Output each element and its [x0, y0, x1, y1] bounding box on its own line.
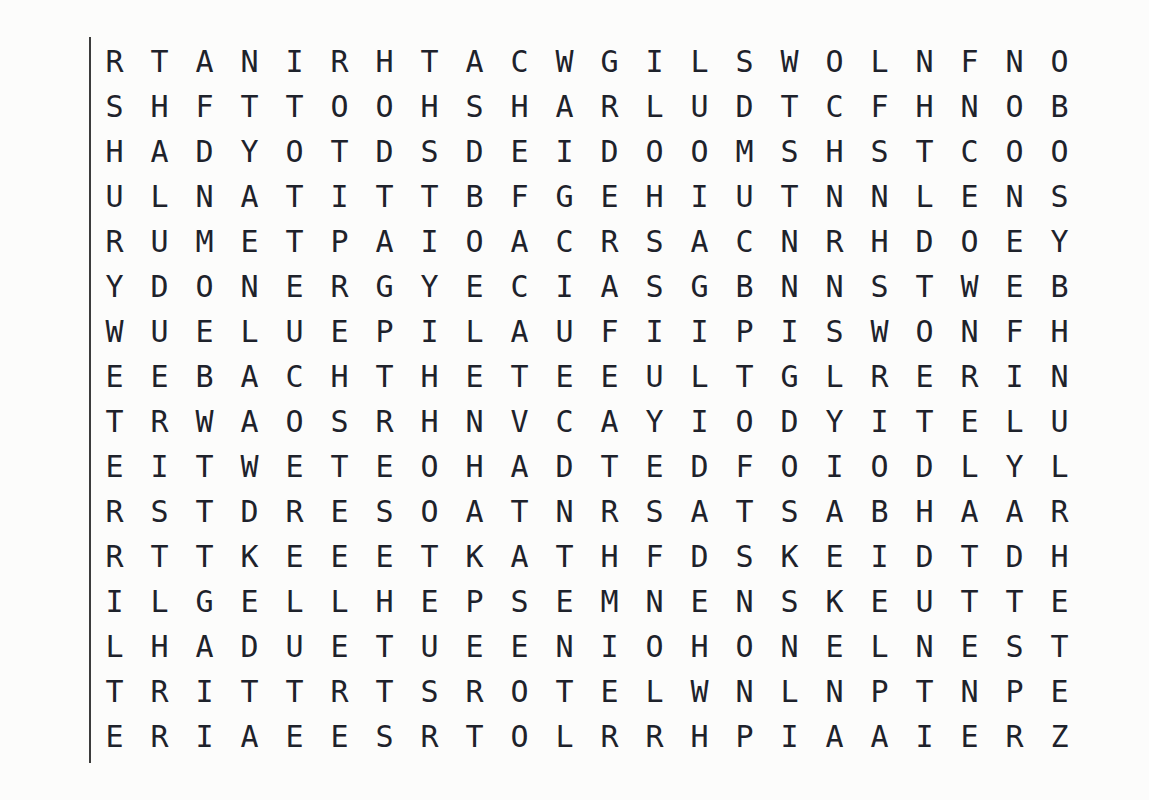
grid-cell[interactable]: E — [92, 354, 137, 399]
grid-cell[interactable]: D — [722, 84, 767, 129]
grid-cell[interactable]: O — [407, 489, 452, 534]
grid-cell[interactable]: I — [632, 309, 677, 354]
grid-cell[interactable]: N — [632, 579, 677, 624]
grid-cell[interactable]: N — [902, 39, 947, 84]
grid-cell[interactable]: T — [272, 84, 317, 129]
grid-cell[interactable]: W — [227, 444, 272, 489]
grid-cell[interactable]: A — [497, 309, 542, 354]
grid-cell[interactable]: R — [587, 219, 632, 264]
grid-cell[interactable]: U — [137, 309, 182, 354]
grid-cell[interactable]: T — [92, 399, 137, 444]
grid-cell[interactable]: E — [947, 174, 992, 219]
grid-cell[interactable]: E — [272, 534, 317, 579]
grid-cell[interactable]: D — [227, 489, 272, 534]
grid-cell[interactable]: I — [677, 309, 722, 354]
grid-cell[interactable]: U — [137, 219, 182, 264]
grid-cell[interactable]: H — [632, 174, 677, 219]
grid-cell[interactable]: N — [767, 219, 812, 264]
grid-cell[interactable]: I — [407, 309, 452, 354]
grid-cell[interactable]: R — [632, 714, 677, 759]
grid-cell[interactable]: I — [542, 264, 587, 309]
grid-cell[interactable]: D — [182, 129, 227, 174]
grid-cell[interactable]: D — [137, 264, 182, 309]
grid-cell[interactable]: T — [92, 669, 137, 714]
grid-cell[interactable]: E — [317, 489, 362, 534]
grid-cell[interactable]: N — [542, 624, 587, 669]
grid-cell[interactable]: R — [857, 354, 902, 399]
grid-cell[interactable]: A — [812, 489, 857, 534]
grid-cell[interactable]: D — [677, 534, 722, 579]
grid-cell[interactable]: D — [992, 534, 1037, 579]
grid-cell[interactable]: Y — [812, 399, 857, 444]
grid-cell[interactable]: A — [182, 624, 227, 669]
grid-cell[interactable]: E — [137, 354, 182, 399]
grid-cell[interactable]: A — [677, 219, 722, 264]
grid-cell[interactable]: S — [722, 39, 767, 84]
grid-cell[interactable]: N — [902, 624, 947, 669]
grid-cell[interactable]: U — [1037, 399, 1082, 444]
grid-cell[interactable]: S — [632, 489, 677, 534]
grid-cell[interactable]: E — [947, 624, 992, 669]
grid-cell[interactable]: S — [407, 669, 452, 714]
grid-cell[interactable]: I — [317, 174, 362, 219]
grid-cell[interactable]: L — [857, 39, 902, 84]
grid-cell[interactable]: M — [587, 579, 632, 624]
grid-cell[interactable]: I — [857, 399, 902, 444]
grid-cell[interactable]: E — [227, 579, 272, 624]
grid-cell[interactable]: L — [857, 624, 902, 669]
grid-cell[interactable]: I — [677, 399, 722, 444]
grid-cell[interactable]: E — [1037, 579, 1082, 624]
grid-cell[interactable]: A — [947, 489, 992, 534]
grid-cell[interactable]: S — [857, 129, 902, 174]
grid-cell[interactable]: B — [857, 489, 902, 534]
grid-cell[interactable]: I — [632, 39, 677, 84]
grid-cell[interactable]: O — [317, 84, 362, 129]
grid-cell[interactable]: S — [407, 129, 452, 174]
grid-cell[interactable]: P — [722, 309, 767, 354]
grid-cell[interactable]: T — [272, 669, 317, 714]
grid-cell[interactable]: S — [857, 264, 902, 309]
grid-cell[interactable]: A — [857, 714, 902, 759]
grid-cell[interactable]: S — [767, 579, 812, 624]
grid-cell[interactable]: A — [227, 174, 272, 219]
grid-cell[interactable]: M — [182, 219, 227, 264]
grid-cell[interactable]: C — [497, 39, 542, 84]
grid-cell[interactable]: T — [497, 489, 542, 534]
grid-cell[interactable]: O — [632, 129, 677, 174]
grid-cell[interactable]: E — [362, 534, 407, 579]
grid-cell[interactable]: K — [452, 534, 497, 579]
grid-cell[interactable]: K — [767, 534, 812, 579]
grid-cell[interactable]: L — [137, 579, 182, 624]
grid-cell[interactable]: S — [1037, 174, 1082, 219]
grid-cell[interactable]: W — [677, 669, 722, 714]
grid-cell[interactable]: C — [542, 219, 587, 264]
grid-cell[interactable]: U — [632, 354, 677, 399]
grid-cell[interactable]: R — [137, 399, 182, 444]
grid-cell[interactable]: Y — [1037, 219, 1082, 264]
grid-cell[interactable]: I — [902, 714, 947, 759]
grid-cell[interactable]: E — [902, 354, 947, 399]
grid-cell[interactable]: E — [92, 714, 137, 759]
grid-cell[interactable]: N — [992, 174, 1037, 219]
grid-cell[interactable]: T — [227, 669, 272, 714]
grid-cell[interactable]: S — [767, 489, 812, 534]
grid-cell[interactable]: L — [947, 444, 992, 489]
grid-cell[interactable]: B — [182, 354, 227, 399]
grid-cell[interactable]: T — [362, 669, 407, 714]
grid-cell[interactable]: W — [92, 309, 137, 354]
grid-cell[interactable]: I — [857, 534, 902, 579]
grid-cell[interactable]: W — [857, 309, 902, 354]
grid-cell[interactable]: E — [497, 624, 542, 669]
grid-cell[interactable]: H — [587, 534, 632, 579]
grid-cell[interactable]: O — [992, 84, 1037, 129]
grid-cell[interactable]: T — [137, 39, 182, 84]
grid-cell[interactable]: E — [317, 309, 362, 354]
grid-cell[interactable]: E — [92, 444, 137, 489]
grid-cell[interactable]: E — [272, 444, 317, 489]
grid-cell[interactable]: H — [137, 624, 182, 669]
grid-cell[interactable]: I — [92, 579, 137, 624]
grid-cell[interactable]: H — [407, 399, 452, 444]
grid-cell[interactable]: D — [227, 624, 272, 669]
grid-cell[interactable]: S — [722, 534, 767, 579]
grid-cell[interactable]: D — [542, 444, 587, 489]
grid-cell[interactable]: T — [317, 129, 362, 174]
grid-cell[interactable]: R — [812, 219, 857, 264]
grid-cell[interactable]: T — [902, 399, 947, 444]
grid-cell[interactable]: S — [632, 264, 677, 309]
grid-cell[interactable]: E — [497, 129, 542, 174]
grid-cell[interactable]: H — [1037, 534, 1082, 579]
grid-cell[interactable]: O — [1037, 39, 1082, 84]
grid-cell[interactable]: T — [902, 129, 947, 174]
grid-cell[interactable]: P — [722, 714, 767, 759]
grid-cell[interactable]: A — [677, 489, 722, 534]
grid-cell[interactable]: R — [137, 669, 182, 714]
grid-cell[interactable]: E — [677, 579, 722, 624]
grid-cell[interactable]: L — [632, 84, 677, 129]
grid-cell[interactable]: N — [992, 39, 1037, 84]
grid-cell[interactable]: S — [812, 309, 857, 354]
grid-cell[interactable]: N — [1037, 354, 1082, 399]
grid-cell[interactable]: A — [452, 489, 497, 534]
grid-cell[interactable]: H — [902, 489, 947, 534]
grid-cell[interactable]: G — [182, 579, 227, 624]
grid-cell[interactable]: K — [812, 579, 857, 624]
grid-cell[interactable]: O — [452, 219, 497, 264]
grid-cell[interactable]: G — [587, 39, 632, 84]
grid-cell[interactable]: Y — [992, 444, 1037, 489]
grid-cell[interactable]: N — [767, 624, 812, 669]
grid-cell[interactable]: R — [452, 669, 497, 714]
grid-cell[interactable]: R — [272, 489, 317, 534]
grid-cell[interactable]: T — [407, 174, 452, 219]
grid-cell[interactable]: O — [722, 624, 767, 669]
grid-cell[interactable]: D — [902, 444, 947, 489]
grid-cell[interactable]: H — [677, 714, 722, 759]
grid-cell[interactable]: U — [677, 84, 722, 129]
grid-cell[interactable]: D — [452, 129, 497, 174]
grid-cell[interactable]: F — [722, 444, 767, 489]
grid-cell[interactable]: T — [407, 534, 452, 579]
grid-cell[interactable]: L — [317, 579, 362, 624]
grid-cell[interactable]: R — [587, 714, 632, 759]
grid-cell[interactable]: P — [362, 309, 407, 354]
grid-cell[interactable]: E — [452, 264, 497, 309]
grid-cell[interactable]: U — [272, 624, 317, 669]
grid-cell[interactable]: A — [227, 714, 272, 759]
grid-cell[interactable]: Y — [407, 264, 452, 309]
grid-cell[interactable]: A — [227, 399, 272, 444]
grid-cell[interactable]: S — [137, 489, 182, 534]
grid-cell[interactable]: O — [632, 624, 677, 669]
grid-cell[interactable]: S — [992, 624, 1037, 669]
grid-cell[interactable]: C — [542, 399, 587, 444]
grid-cell[interactable]: R — [317, 264, 362, 309]
grid-cell[interactable]: S — [317, 399, 362, 444]
grid-cell[interactable]: L — [992, 399, 1037, 444]
grid-cell[interactable]: I — [272, 39, 317, 84]
grid-cell[interactable]: E — [317, 624, 362, 669]
grid-cell[interactable]: R — [1037, 489, 1082, 534]
grid-cell[interactable]: L — [632, 669, 677, 714]
grid-cell[interactable]: O — [902, 309, 947, 354]
grid-cell[interactable]: Y — [92, 264, 137, 309]
grid-cell[interactable]: A — [542, 84, 587, 129]
grid-cell[interactable]: T — [497, 354, 542, 399]
grid-cell[interactable]: I — [677, 174, 722, 219]
grid-cell[interactable]: T — [182, 534, 227, 579]
grid-cell[interactable]: E — [632, 444, 677, 489]
grid-cell[interactable]: R — [317, 669, 362, 714]
grid-cell[interactable]: T — [767, 174, 812, 219]
grid-cell[interactable]: N — [227, 264, 272, 309]
grid-cell[interactable]: O — [992, 129, 1037, 174]
grid-cell[interactable]: H — [677, 624, 722, 669]
grid-cell[interactable]: I — [182, 714, 227, 759]
grid-cell[interactable]: W — [947, 264, 992, 309]
grid-cell[interactable]: E — [227, 219, 272, 264]
grid-cell[interactable]: N — [227, 39, 272, 84]
grid-cell[interactable]: H — [902, 84, 947, 129]
grid-cell[interactable]: A — [452, 39, 497, 84]
grid-cell[interactable]: A — [992, 489, 1037, 534]
grid-cell[interactable]: S — [452, 84, 497, 129]
grid-cell[interactable]: L — [1037, 444, 1082, 489]
grid-cell[interactable]: R — [137, 714, 182, 759]
grid-cell[interactable]: D — [902, 534, 947, 579]
grid-cell[interactable]: T — [362, 624, 407, 669]
grid-cell[interactable]: E — [812, 624, 857, 669]
grid-cell[interactable]: H — [1037, 309, 1082, 354]
grid-cell[interactable]: E — [452, 354, 497, 399]
grid-cell[interactable]: T — [362, 174, 407, 219]
grid-cell[interactable]: I — [137, 444, 182, 489]
grid-cell[interactable]: E — [587, 669, 632, 714]
grid-cell[interactable]: P — [452, 579, 497, 624]
grid-cell[interactable]: E — [992, 264, 1037, 309]
grid-cell[interactable]: L — [452, 309, 497, 354]
grid-cell[interactable]: O — [362, 84, 407, 129]
grid-cell[interactable]: E — [317, 714, 362, 759]
grid-cell[interactable]: T — [542, 669, 587, 714]
grid-cell[interactable]: I — [812, 444, 857, 489]
grid-cell[interactable]: G — [767, 354, 812, 399]
grid-cell[interactable]: U — [407, 624, 452, 669]
grid-cell[interactable]: O — [497, 669, 542, 714]
grid-cell[interactable]: C — [722, 219, 767, 264]
grid-cell[interactable]: T — [587, 444, 632, 489]
grid-cell[interactable]: Y — [227, 129, 272, 174]
grid-cell[interactable]: A — [137, 129, 182, 174]
grid-cell[interactable]: P — [857, 669, 902, 714]
grid-cell[interactable]: N — [857, 174, 902, 219]
grid-cell[interactable]: A — [497, 219, 542, 264]
grid-cell[interactable]: N — [722, 669, 767, 714]
grid-cell[interactable]: T — [317, 444, 362, 489]
grid-cell[interactable]: W — [767, 39, 812, 84]
grid-cell[interactable]: C — [497, 264, 542, 309]
grid-cell[interactable]: L — [542, 714, 587, 759]
grid-cell[interactable]: W — [542, 39, 587, 84]
grid-cell[interactable]: S — [632, 219, 677, 264]
grid-cell[interactable]: F — [857, 84, 902, 129]
grid-cell[interactable]: G — [542, 174, 587, 219]
grid-cell[interactable]: T — [902, 264, 947, 309]
grid-cell[interactable]: H — [407, 84, 452, 129]
grid-cell[interactable]: T — [407, 39, 452, 84]
grid-cell[interactable]: O — [1037, 129, 1082, 174]
grid-cell[interactable]: E — [587, 174, 632, 219]
grid-cell[interactable]: S — [92, 84, 137, 129]
grid-cell[interactable]: E — [182, 309, 227, 354]
grid-cell[interactable]: R — [947, 354, 992, 399]
grid-cell[interactable]: Y — [632, 399, 677, 444]
grid-cell[interactable]: N — [947, 669, 992, 714]
grid-cell[interactable]: B — [722, 264, 767, 309]
grid-cell[interactable]: N — [812, 264, 857, 309]
grid-cell[interactable]: O — [767, 444, 812, 489]
grid-cell[interactable]: O — [272, 129, 317, 174]
grid-cell[interactable]: P — [317, 219, 362, 264]
grid-cell[interactable]: O — [722, 399, 767, 444]
grid-cell[interactable]: H — [362, 39, 407, 84]
grid-cell[interactable]: E — [317, 534, 362, 579]
grid-cell[interactable]: O — [407, 444, 452, 489]
grid-cell[interactable]: T — [767, 84, 812, 129]
grid-cell[interactable]: L — [272, 579, 317, 624]
grid-cell[interactable]: N — [722, 579, 767, 624]
grid-cell[interactable]: I — [542, 129, 587, 174]
grid-cell[interactable]: L — [812, 354, 857, 399]
grid-cell[interactable]: A — [587, 399, 632, 444]
grid-cell[interactable]: D — [362, 129, 407, 174]
grid-cell[interactable]: E — [407, 579, 452, 624]
grid-cell[interactable]: E — [812, 534, 857, 579]
grid-cell[interactable]: T — [947, 579, 992, 624]
grid-cell[interactable]: I — [587, 624, 632, 669]
grid-cell[interactable]: D — [902, 219, 947, 264]
grid-cell[interactable]: L — [227, 309, 272, 354]
grid-cell[interactable]: D — [677, 444, 722, 489]
grid-cell[interactable]: R — [317, 39, 362, 84]
grid-cell[interactable]: I — [767, 714, 812, 759]
grid-cell[interactable]: E — [542, 579, 587, 624]
grid-cell[interactable]: A — [362, 219, 407, 264]
grid-cell[interactable]: F — [182, 84, 227, 129]
grid-cell[interactable]: N — [947, 84, 992, 129]
grid-cell[interactable]: R — [92, 489, 137, 534]
grid-cell[interactable]: T — [182, 444, 227, 489]
grid-cell[interactable]: F — [992, 309, 1037, 354]
grid-cell[interactable]: T — [992, 579, 1037, 624]
grid-cell[interactable]: B — [1037, 84, 1082, 129]
grid-cell[interactable]: I — [407, 219, 452, 264]
grid-cell[interactable]: I — [182, 669, 227, 714]
grid-cell[interactable]: E — [452, 624, 497, 669]
grid-cell[interactable]: H — [407, 354, 452, 399]
grid-cell[interactable]: G — [677, 264, 722, 309]
grid-cell[interactable]: B — [452, 174, 497, 219]
grid-cell[interactable]: L — [92, 624, 137, 669]
grid-cell[interactable]: N — [812, 174, 857, 219]
grid-cell[interactable]: N — [542, 489, 587, 534]
grid-cell[interactable]: S — [497, 579, 542, 624]
grid-cell[interactable]: D — [767, 399, 812, 444]
grid-cell[interactable]: O — [677, 129, 722, 174]
grid-cell[interactable]: M — [722, 129, 767, 174]
grid-cell[interactable]: A — [497, 444, 542, 489]
grid-cell[interactable]: L — [677, 354, 722, 399]
grid-cell[interactable]: A — [497, 534, 542, 579]
grid-cell[interactable]: N — [182, 174, 227, 219]
grid-cell[interactable]: O — [812, 39, 857, 84]
grid-cell[interactable]: E — [362, 444, 407, 489]
grid-cell[interactable]: F — [947, 39, 992, 84]
grid-cell[interactable]: T — [722, 354, 767, 399]
grid-cell[interactable]: N — [452, 399, 497, 444]
grid-cell[interactable]: E — [587, 354, 632, 399]
grid-cell[interactable]: H — [452, 444, 497, 489]
grid-cell[interactable]: H — [812, 129, 857, 174]
grid-cell[interactable]: H — [317, 354, 362, 399]
grid-cell[interactable]: L — [902, 174, 947, 219]
grid-cell[interactable]: U — [92, 174, 137, 219]
grid-cell[interactable]: T — [722, 489, 767, 534]
grid-cell[interactable]: R — [92, 534, 137, 579]
grid-cell[interactable]: E — [1037, 669, 1082, 714]
grid-cell[interactable]: R — [587, 84, 632, 129]
grid-cell[interactable]: A — [587, 264, 632, 309]
grid-cell[interactable]: F — [587, 309, 632, 354]
grid-cell[interactable]: E — [992, 219, 1037, 264]
grid-cell[interactable]: N — [947, 309, 992, 354]
grid-cell[interactable]: U — [542, 309, 587, 354]
grid-cell[interactable]: Z — [1037, 714, 1082, 759]
grid-cell[interactable]: E — [542, 354, 587, 399]
grid-cell[interactable]: H — [362, 579, 407, 624]
grid-cell[interactable]: T — [362, 354, 407, 399]
grid-cell[interactable]: H — [497, 84, 542, 129]
grid-cell[interactable]: H — [137, 84, 182, 129]
grid-cell[interactable]: U — [272, 309, 317, 354]
grid-cell[interactable]: N — [767, 264, 812, 309]
grid-cell[interactable]: U — [722, 174, 767, 219]
grid-cell[interactable]: R — [587, 489, 632, 534]
